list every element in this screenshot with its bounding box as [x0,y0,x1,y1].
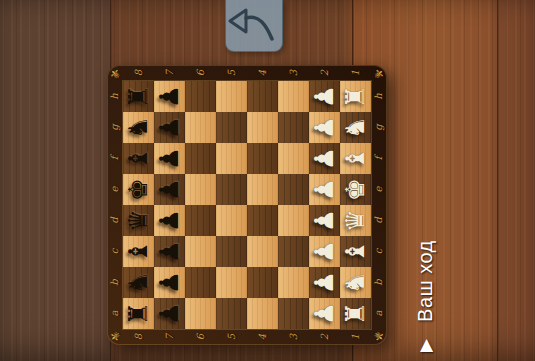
file-label-a: a [107,298,123,329]
piece-black-pawn[interactable]: ♟ [154,298,185,329]
piece-black-bishop[interactable]: ♝ [123,236,154,267]
piece-white-pawn[interactable]: ♟ [309,143,340,174]
file-label-b: b [107,267,123,298]
file-label-b: b [371,267,387,298]
square-b4[interactable] [247,267,278,298]
square-g3[interactable] [278,112,309,143]
square-h2[interactable]: ♟ [309,81,340,112]
piece-white-bishop[interactable]: ♝ [340,236,371,267]
square-h1[interactable]: ♜ [340,81,371,112]
square-e8[interactable]: ♚ [123,174,154,205]
square-a1[interactable]: ♜ [340,298,371,329]
square-d5[interactable] [216,205,247,236]
piece-black-bishop[interactable]: ♝ [123,143,154,174]
square-h4[interactable] [247,81,278,112]
square-e3[interactable] [278,174,309,205]
square-a8[interactable]: ♜ [123,298,154,329]
file-label-c: c [107,236,123,267]
square-g5[interactable] [216,112,247,143]
corner-ornament-icon: ⚜ [107,65,124,82]
piece-black-pawn[interactable]: ♟ [154,112,185,143]
square-f3[interactable] [278,143,309,174]
piece-black-knight[interactable]: ♞ [123,267,154,298]
square-b3[interactable] [278,267,309,298]
undo-button[interactable] [225,0,283,52]
rank-label-5: 5 [216,65,247,81]
square-h6[interactable] [185,81,216,112]
piece-white-king[interactable]: ♚ [340,174,371,205]
rank-labels-right: 87654321 [123,65,371,81]
chess-board: abcdefgh abcdefgh 87654321 87654321 ⚜ ⚜ … [107,65,387,345]
corner-ornament-icon: ⚜ [370,65,387,82]
square-d7[interactable]: ♟ [154,205,185,236]
file-label-e: e [107,174,123,205]
rank-label-1: 1 [340,329,371,345]
square-d6[interactable] [185,205,216,236]
file-label-a: a [371,298,387,329]
piece-black-pawn[interactable]: ♟ [154,236,185,267]
rank-label-8: 8 [123,65,154,81]
rank-label-6: 6 [185,65,216,81]
file-label-d: d [371,205,387,236]
file-label-d: d [107,205,123,236]
square-h5[interactable] [216,81,247,112]
file-labels-top: abcdefgh [107,81,123,329]
screen: abcdefgh abcdefgh 87654321 87654321 ⚜ ⚜ … [0,0,535,361]
square-e7[interactable]: ♟ [154,174,185,205]
rank-label-7: 7 [154,329,185,345]
piece-black-pawn[interactable]: ♟ [154,174,185,205]
piece-white-pawn[interactable]: ♟ [309,205,340,236]
piece-black-pawn[interactable]: ♟ [154,205,185,236]
rank-label-5: 5 [216,329,247,345]
square-c4[interactable] [247,236,278,267]
square-g6[interactable] [185,112,216,143]
rank-label-1: 1 [340,65,371,81]
file-label-h: h [107,81,123,112]
square-c1[interactable]: ♝ [340,236,371,267]
piece-white-pawn[interactable]: ♟ [309,236,340,267]
square-c7[interactable]: ♟ [154,236,185,267]
square-b5[interactable] [216,267,247,298]
rank-label-7: 7 [154,65,185,81]
square-e1[interactable]: ♚ [340,174,371,205]
square-d1[interactable]: ♛ [340,205,371,236]
square-f7[interactable]: ♟ [154,143,185,174]
square-a3[interactable] [278,298,309,329]
rank-label-2: 2 [309,65,340,81]
square-a4[interactable] [247,298,278,329]
piece-black-knight[interactable]: ♞ [123,112,154,143]
square-g8[interactable]: ♞ [123,112,154,143]
square-b1[interactable]: ♞ [340,267,371,298]
file-label-e: e [371,174,387,205]
square-c6[interactable] [185,236,216,267]
rank-label-8: 8 [123,329,154,345]
piece-white-rook[interactable]: ♜ [340,81,371,112]
piece-white-knight[interactable]: ♞ [340,267,371,298]
file-label-h: h [371,81,387,112]
square-b6[interactable] [185,267,216,298]
square-g7[interactable]: ♟ [154,112,185,143]
wood-plank-seam [497,0,499,361]
square-g2[interactable]: ♟ [309,112,340,143]
undo-arrow-icon [226,0,284,51]
square-a5[interactable] [216,298,247,329]
piece-black-pawn[interactable]: ♟ [154,267,185,298]
piece-white-pawn[interactable]: ♟ [309,174,340,205]
square-f1[interactable]: ♝ [340,143,371,174]
rank-label-2: 2 [309,329,340,345]
square-a7[interactable]: ♟ [154,298,185,329]
square-e6[interactable] [185,174,216,205]
square-f8[interactable]: ♝ [123,143,154,174]
square-h3[interactable] [278,81,309,112]
file-label-f: f [107,143,123,174]
square-c8[interactable]: ♝ [123,236,154,267]
square-e5[interactable] [216,174,247,205]
square-d3[interactable] [278,205,309,236]
piece-black-pawn[interactable]: ♟ [154,81,185,112]
rank-labels-left: 87654321 [123,329,371,345]
piece-white-bishop[interactable]: ♝ [340,143,371,174]
square-d4[interactable] [247,205,278,236]
square-a6[interactable] [185,298,216,329]
status-bar: ▶ Ваш ход [410,240,440,352]
square-d8[interactable]: ♛ [123,205,154,236]
square-c2[interactable]: ♟ [309,236,340,267]
piece-white-pawn[interactable]: ♟ [309,267,340,298]
status-text: Ваш ход [414,240,437,322]
piece-black-pawn[interactable]: ♟ [154,143,185,174]
square-f5[interactable] [216,143,247,174]
square-f4[interactable] [247,143,278,174]
square-d2[interactable]: ♟ [309,205,340,236]
piece-white-queen[interactable]: ♛ [340,205,371,236]
corner-ornament-icon: ⚜ [370,327,387,344]
square-c5[interactable] [216,236,247,267]
file-label-g: g [371,112,387,143]
rank-label-3: 3 [278,329,309,345]
piece-black-rook[interactable]: ♜ [123,298,154,329]
app-background: abcdefgh abcdefgh 87654321 87654321 ⚜ ⚜ … [0,0,535,361]
piece-white-pawn[interactable]: ♟ [309,298,340,329]
square-h8[interactable]: ♜ [123,81,154,112]
piece-white-knight[interactable]: ♞ [340,112,371,143]
file-label-c: c [371,236,387,267]
rank-label-3: 3 [278,65,309,81]
square-a2[interactable]: ♟ [309,298,340,329]
square-g1[interactable]: ♞ [340,112,371,143]
file-label-f: f [371,143,387,174]
piece-black-king[interactable]: ♚ [123,174,154,205]
rank-label-4: 4 [247,65,278,81]
square-b8[interactable]: ♞ [123,267,154,298]
square-f6[interactable] [185,143,216,174]
rank-label-4: 4 [247,329,278,345]
file-labels-bottom: abcdefgh [371,81,387,329]
square-b7[interactable]: ♟ [154,267,185,298]
square-f2[interactable]: ♟ [309,143,340,174]
square-e4[interactable] [247,174,278,205]
piece-white-pawn[interactable]: ♟ [309,112,340,143]
board-grid: ♜♞♝♛♚♝♞♜♟♟♟♟♟♟♟♟♟♟♟♟♟♟♟♟♜♞♝♛♚♝♞♜ [123,81,371,329]
square-c3[interactable] [278,236,309,267]
file-label-g: g [107,112,123,143]
piece-black-queen[interactable]: ♛ [123,205,154,236]
rank-label-6: 6 [185,329,216,345]
square-g4[interactable] [247,112,278,143]
piece-white-rook[interactable]: ♜ [340,298,371,329]
square-b2[interactable]: ♟ [309,267,340,298]
play-triangle-icon: ▶ [417,339,434,352]
square-h7[interactable]: ♟ [154,81,185,112]
square-e2[interactable]: ♟ [309,174,340,205]
piece-white-pawn[interactable]: ♟ [309,81,340,112]
piece-black-rook[interactable]: ♜ [123,81,154,112]
